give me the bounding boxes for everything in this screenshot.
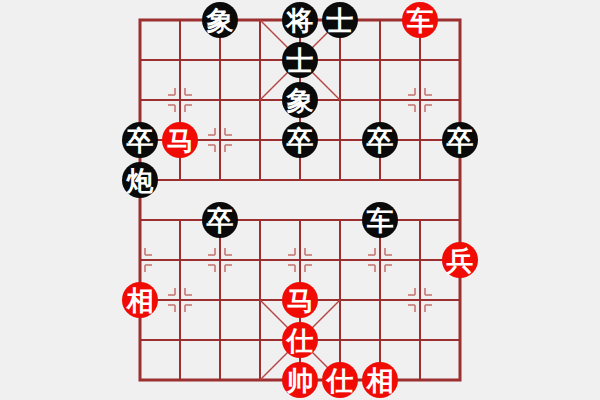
black-elephant[interactable]: 象 [282,82,318,118]
xiangqi-screenshot: 象将士车士象卒马卒卒卒炮卒车兵相马仕帅仕相 [0,0,600,400]
black-pawn[interactable]: 卒 [362,122,398,158]
black-pawn[interactable]: 卒 [282,122,318,158]
black-advisor[interactable]: 士 [282,42,318,78]
black-pawn[interactable]: 卒 [122,122,158,158]
red-elephant[interactable]: 相 [122,282,158,318]
black-pawn[interactable]: 卒 [442,122,478,158]
black-chariot[interactable]: 车 [362,202,398,238]
black-advisor[interactable]: 士 [322,2,358,38]
red-general[interactable]: 帅 [282,362,318,398]
black-elephant[interactable]: 象 [202,2,238,38]
black-pawn[interactable]: 卒 [202,202,238,238]
pieces-layer: 象将士车士象卒马卒卒卒炮卒车兵相马仕帅仕相 [0,0,600,400]
red-pawn[interactable]: 兵 [442,242,478,278]
red-chariot[interactable]: 车 [402,2,438,38]
red-advisor[interactable]: 仕 [322,362,358,398]
black-cannon[interactable]: 炮 [122,162,158,198]
black-general[interactable]: 将 [282,2,318,38]
red-advisor[interactable]: 仕 [282,322,318,358]
red-elephant[interactable]: 相 [362,362,398,398]
red-horse[interactable]: 马 [282,282,318,318]
red-horse[interactable]: 马 [162,122,198,158]
